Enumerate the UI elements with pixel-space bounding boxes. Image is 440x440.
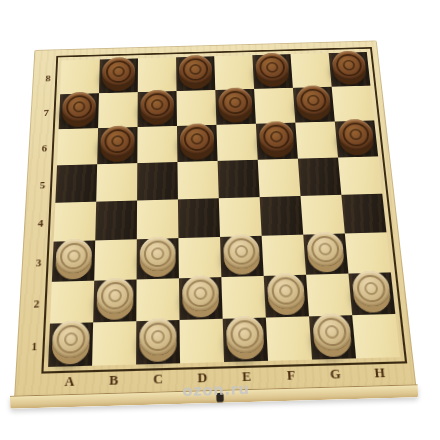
square-g5[interactable] (298, 158, 341, 196)
square-h5 (338, 156, 382, 194)
square-h4[interactable] (341, 194, 386, 234)
checkers-board: 87654321 ABCDEFGH (14, 40, 416, 398)
square-a1[interactable] (48, 322, 93, 367)
square-f5 (258, 159, 301, 197)
rank-label-1: 1 (16, 324, 44, 368)
square-h7 (332, 86, 375, 122)
square-d3 (178, 237, 221, 278)
file-label-a: A (47, 373, 92, 391)
square-e3[interactable] (220, 236, 264, 277)
piece-dark-a7[interactable] (62, 92, 96, 123)
square-d8[interactable] (176, 56, 215, 91)
square-g7[interactable] (293, 87, 335, 123)
piece-dark-f8[interactable] (255, 53, 290, 83)
piece-light-e3[interactable] (223, 234, 260, 269)
piece-dark-h6[interactable] (338, 119, 375, 151)
square-d5 (177, 161, 218, 199)
piece-light-c3[interactable] (140, 236, 176, 271)
piece-light-c1[interactable] (139, 318, 176, 356)
piece-light-a3[interactable] (55, 239, 92, 274)
square-a7[interactable] (59, 93, 99, 129)
square-a2 (50, 281, 94, 324)
square-h8[interactable] (329, 52, 371, 87)
piece-dark-d6[interactable] (180, 123, 215, 155)
square-f8[interactable] (252, 54, 293, 89)
rank-label-8: 8 (32, 61, 56, 95)
square-c8 (138, 57, 177, 92)
square-b5 (96, 163, 137, 202)
square-f3 (262, 235, 306, 276)
square-b8[interactable] (99, 58, 138, 93)
rank-label-3: 3 (21, 242, 48, 283)
piece-light-d2[interactable] (182, 275, 219, 311)
square-b6[interactable] (97, 127, 137, 164)
rank-label-6: 6 (28, 129, 53, 166)
square-g3[interactable] (303, 233, 348, 274)
square-g2 (306, 274, 352, 317)
square-d6[interactable] (177, 125, 218, 162)
square-d2[interactable] (179, 277, 223, 320)
square-f7 (254, 88, 295, 124)
piece-light-f2[interactable] (267, 273, 306, 309)
square-a5[interactable] (55, 164, 97, 203)
square-f1 (266, 316, 312, 360)
square-b1 (92, 321, 136, 366)
piece-dark-e7[interactable] (218, 87, 253, 118)
square-b2[interactable] (93, 279, 136, 322)
square-b7 (98, 92, 138, 128)
piece-dark-f6[interactable] (259, 121, 295, 153)
square-e5[interactable] (218, 160, 260, 198)
square-b3 (94, 239, 137, 280)
square-c7[interactable] (138, 91, 177, 127)
rank-label-5: 5 (25, 166, 51, 204)
board-grid (48, 52, 400, 367)
piece-light-e1[interactable] (226, 316, 265, 354)
square-a4 (54, 202, 97, 242)
file-label-f: F (268, 367, 313, 385)
square-a8 (60, 59, 100, 94)
square-d1 (179, 319, 224, 363)
square-h3 (345, 232, 391, 273)
piece-light-g3[interactable] (306, 232, 344, 267)
square-c4 (137, 199, 179, 239)
file-label-c: C (136, 371, 180, 389)
piece-dark-b6[interactable] (100, 125, 134, 157)
square-e2 (221, 276, 266, 319)
piece-dark-h8[interactable] (331, 50, 367, 79)
square-h2[interactable] (348, 272, 395, 315)
square-g6 (295, 122, 338, 159)
square-e1[interactable] (223, 318, 268, 362)
square-g8 (290, 53, 331, 88)
square-e6 (216, 124, 257, 161)
square-e8 (214, 55, 254, 90)
rank-label-7: 7 (30, 94, 55, 130)
rank-label-2: 2 (18, 282, 45, 324)
rank-label-4: 4 (23, 203, 49, 242)
piece-dark-g7[interactable] (296, 85, 332, 116)
square-h6[interactable] (335, 120, 378, 157)
square-c6 (137, 126, 177, 163)
product-photo-scene: 87654321 ABCDEFGH ozon.ru (0, 0, 440, 440)
piece-light-b2[interactable] (97, 278, 134, 314)
square-f4[interactable] (260, 196, 304, 236)
square-d7 (177, 90, 217, 126)
file-label-b: B (91, 372, 136, 390)
piece-light-h2[interactable] (351, 270, 391, 306)
file-label-g: G (313, 366, 359, 384)
grid-border-line (41, 47, 407, 374)
square-f6[interactable] (256, 123, 298, 160)
square-f2[interactable] (264, 275, 309, 318)
piece-light-a1[interactable] (52, 320, 90, 358)
piece-dark-b8[interactable] (102, 57, 135, 87)
square-a6 (57, 128, 98, 165)
square-g4 (301, 195, 345, 235)
square-h1 (352, 314, 400, 358)
watermark-ozon: ozon.ru (182, 380, 250, 400)
square-c3[interactable] (137, 238, 179, 279)
square-a3[interactable] (52, 240, 95, 281)
square-e4 (219, 197, 262, 237)
square-g1[interactable] (309, 315, 356, 359)
square-d4[interactable] (178, 198, 220, 238)
piece-light-g1[interactable] (312, 313, 352, 351)
piece-dark-d8[interactable] (179, 55, 212, 85)
square-c1[interactable] (136, 320, 180, 365)
square-c2 (136, 278, 179, 321)
file-label-h: H (357, 365, 403, 383)
square-c5[interactable] (137, 162, 178, 201)
piece-dark-c7[interactable] (140, 89, 174, 120)
square-b4[interactable] (95, 201, 137, 241)
board-frame: 87654321 ABCDEFGH (14, 40, 416, 398)
square-e7[interactable] (215, 89, 256, 125)
